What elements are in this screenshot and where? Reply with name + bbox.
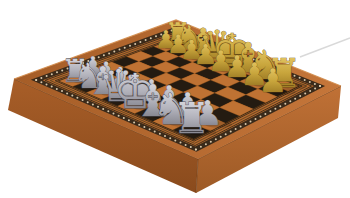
chess-piece-silver-r: ♜	[172, 93, 210, 143]
chess-board: ♜♟♞♟♝♟♛♟♚♟♝♟♟♞♟♜♟♜♟♞♟♟♝♟♛♚♟♝♟♞♟♜	[0, 0, 350, 198]
chess-piece-gold-p: ♟	[258, 62, 287, 100]
chess-set-photo: ♜♟♞♟♝♟♛♟♚♟♝♟♟♞♟♜♟♜♟♞♟♟♝♟♛♚♟♝♟♞♟♜	[0, 0, 350, 198]
